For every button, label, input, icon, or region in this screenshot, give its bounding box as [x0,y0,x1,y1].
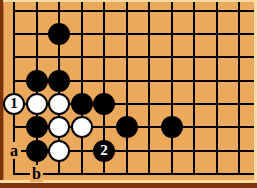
black-stone [116,116,138,138]
white-stone [48,116,70,138]
go-diagram-frame: 1a2b [0,0,257,188]
point-label-a: a [8,142,21,159]
frame-edge-bottom [0,183,257,188]
white-stone [48,140,70,162]
white-stone [71,116,93,138]
point-label-b: b [30,165,43,182]
white-stone [48,93,70,115]
black-stone [48,23,70,45]
black-stone [26,70,48,92]
black-stone [161,116,183,138]
black-stone [48,70,70,92]
go-board: 1a2b [4,2,254,180]
frame-edge-right [254,0,257,183]
black-stone [26,116,48,138]
black-stone [26,140,48,162]
black-stone-move-2: 2 [93,140,115,162]
grid-line-horizontal [13,173,254,175]
grid-line-horizontal [13,56,254,58]
white-stone-move-1: 1 [3,93,25,115]
black-stone [71,93,93,115]
grid-line-horizontal [13,10,254,12]
white-stone [26,93,48,115]
black-stone [93,93,115,115]
